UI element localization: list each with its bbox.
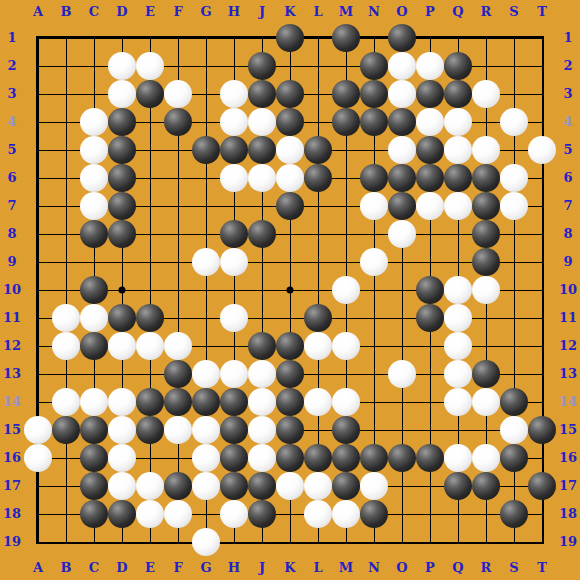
- intersection-Q19[interactable]: [444, 528, 472, 556]
- intersection-A13[interactable]: [24, 360, 52, 388]
- intersection-F9[interactable]: [164, 248, 192, 276]
- intersection-G16[interactable]: [192, 444, 220, 472]
- intersection-H9[interactable]: [220, 248, 248, 276]
- intersection-R16[interactable]: [472, 444, 500, 472]
- intersection-M12[interactable]: [332, 332, 360, 360]
- intersection-M9[interactable]: [332, 248, 360, 276]
- intersection-C15[interactable]: [80, 416, 108, 444]
- intersection-S15[interactable]: [500, 416, 528, 444]
- intersection-R13[interactable]: [472, 360, 500, 388]
- intersection-F7[interactable]: [164, 192, 192, 220]
- intersection-L16[interactable]: [304, 444, 332, 472]
- intersection-J1[interactable]: [248, 24, 276, 52]
- intersection-C18[interactable]: [80, 500, 108, 528]
- intersection-K4[interactable]: [276, 108, 304, 136]
- intersection-P2[interactable]: [416, 52, 444, 80]
- intersection-T15[interactable]: [528, 416, 556, 444]
- intersection-Q5[interactable]: [444, 136, 472, 164]
- intersection-N19[interactable]: [360, 528, 388, 556]
- intersection-A1[interactable]: [24, 24, 52, 52]
- intersection-D14[interactable]: [108, 388, 136, 416]
- intersection-F10[interactable]: [164, 276, 192, 304]
- intersection-S1[interactable]: [500, 24, 528, 52]
- intersection-R5[interactable]: [472, 136, 500, 164]
- intersection-A3[interactable]: [24, 80, 52, 108]
- intersection-D13[interactable]: [108, 360, 136, 388]
- intersection-E10[interactable]: [136, 276, 164, 304]
- intersection-L10[interactable]: [304, 276, 332, 304]
- intersection-H7[interactable]: [220, 192, 248, 220]
- intersection-C13[interactable]: [80, 360, 108, 388]
- intersection-S2[interactable]: [500, 52, 528, 80]
- intersection-M13[interactable]: [332, 360, 360, 388]
- intersection-H14[interactable]: [220, 388, 248, 416]
- intersection-A8[interactable]: [24, 220, 52, 248]
- intersection-P12[interactable]: [416, 332, 444, 360]
- intersection-D15[interactable]: [108, 416, 136, 444]
- intersection-D4[interactable]: [108, 108, 136, 136]
- intersection-F18[interactable]: [164, 500, 192, 528]
- intersection-T5[interactable]: [528, 136, 556, 164]
- intersection-M1[interactable]: [332, 24, 360, 52]
- intersection-E17[interactable]: [136, 472, 164, 500]
- intersection-B10[interactable]: [52, 276, 80, 304]
- intersection-M10[interactable]: [332, 276, 360, 304]
- intersection-A16[interactable]: [24, 444, 52, 472]
- intersection-B17[interactable]: [52, 472, 80, 500]
- intersection-B12[interactable]: [52, 332, 80, 360]
- intersection-J4[interactable]: [248, 108, 276, 136]
- intersection-H18[interactable]: [220, 500, 248, 528]
- intersection-O16[interactable]: [388, 444, 416, 472]
- intersection-E19[interactable]: [136, 528, 164, 556]
- intersection-P17[interactable]: [416, 472, 444, 500]
- intersection-N11[interactable]: [360, 304, 388, 332]
- intersection-P9[interactable]: [416, 248, 444, 276]
- intersection-A17[interactable]: [24, 472, 52, 500]
- intersection-R17[interactable]: [472, 472, 500, 500]
- intersection-O19[interactable]: [388, 528, 416, 556]
- intersection-E14[interactable]: [136, 388, 164, 416]
- intersection-C19[interactable]: [80, 528, 108, 556]
- intersection-G11[interactable]: [192, 304, 220, 332]
- intersection-H10[interactable]: [220, 276, 248, 304]
- intersection-B18[interactable]: [52, 500, 80, 528]
- intersection-G10[interactable]: [192, 276, 220, 304]
- intersection-D10[interactable]: [108, 276, 136, 304]
- intersection-R9[interactable]: [472, 248, 500, 276]
- intersection-C3[interactable]: [80, 80, 108, 108]
- intersection-E4[interactable]: [136, 108, 164, 136]
- intersection-L13[interactable]: [304, 360, 332, 388]
- intersection-B9[interactable]: [52, 248, 80, 276]
- intersection-F19[interactable]: [164, 528, 192, 556]
- intersection-G6[interactable]: [192, 164, 220, 192]
- intersection-C11[interactable]: [80, 304, 108, 332]
- intersection-D12[interactable]: [108, 332, 136, 360]
- intersection-O2[interactable]: [388, 52, 416, 80]
- intersection-J5[interactable]: [248, 136, 276, 164]
- intersection-B19[interactable]: [52, 528, 80, 556]
- intersection-H12[interactable]: [220, 332, 248, 360]
- intersection-A19[interactable]: [24, 528, 52, 556]
- intersection-T9[interactable]: [528, 248, 556, 276]
- intersection-G5[interactable]: [192, 136, 220, 164]
- intersection-J15[interactable]: [248, 416, 276, 444]
- intersection-S18[interactable]: [500, 500, 528, 528]
- intersection-A7[interactable]: [24, 192, 52, 220]
- intersection-J3[interactable]: [248, 80, 276, 108]
- intersection-B5[interactable]: [52, 136, 80, 164]
- intersection-O8[interactable]: [388, 220, 416, 248]
- intersection-D5[interactable]: [108, 136, 136, 164]
- intersection-T17[interactable]: [528, 472, 556, 500]
- intersection-C12[interactable]: [80, 332, 108, 360]
- intersection-N17[interactable]: [360, 472, 388, 500]
- intersection-T1[interactable]: [528, 24, 556, 52]
- intersection-Q7[interactable]: [444, 192, 472, 220]
- intersection-C16[interactable]: [80, 444, 108, 472]
- intersection-D6[interactable]: [108, 164, 136, 192]
- intersection-L15[interactable]: [304, 416, 332, 444]
- intersection-P8[interactable]: [416, 220, 444, 248]
- intersection-L6[interactable]: [304, 164, 332, 192]
- intersection-G8[interactable]: [192, 220, 220, 248]
- intersection-Q14[interactable]: [444, 388, 472, 416]
- intersection-B2[interactable]: [52, 52, 80, 80]
- intersection-O3[interactable]: [388, 80, 416, 108]
- intersection-H1[interactable]: [220, 24, 248, 52]
- intersection-M6[interactable]: [332, 164, 360, 192]
- intersection-B3[interactable]: [52, 80, 80, 108]
- intersection-C6[interactable]: [80, 164, 108, 192]
- intersection-Q11[interactable]: [444, 304, 472, 332]
- intersection-D2[interactable]: [108, 52, 136, 80]
- intersection-J6[interactable]: [248, 164, 276, 192]
- intersection-Q16[interactable]: [444, 444, 472, 472]
- intersection-L12[interactable]: [304, 332, 332, 360]
- intersection-B4[interactable]: [52, 108, 80, 136]
- intersection-J12[interactable]: [248, 332, 276, 360]
- intersection-M16[interactable]: [332, 444, 360, 472]
- intersection-F15[interactable]: [164, 416, 192, 444]
- intersection-B11[interactable]: [52, 304, 80, 332]
- intersection-T7[interactable]: [528, 192, 556, 220]
- intersection-T14[interactable]: [528, 388, 556, 416]
- intersection-F11[interactable]: [164, 304, 192, 332]
- intersection-M15[interactable]: [332, 416, 360, 444]
- intersection-L3[interactable]: [304, 80, 332, 108]
- intersection-L18[interactable]: [304, 500, 332, 528]
- intersection-T13[interactable]: [528, 360, 556, 388]
- intersection-E15[interactable]: [136, 416, 164, 444]
- intersection-A14[interactable]: [24, 388, 52, 416]
- intersection-H16[interactable]: [220, 444, 248, 472]
- intersection-Q15[interactable]: [444, 416, 472, 444]
- intersection-P3[interactable]: [416, 80, 444, 108]
- intersection-J8[interactable]: [248, 220, 276, 248]
- intersection-F13[interactable]: [164, 360, 192, 388]
- intersection-K9[interactable]: [276, 248, 304, 276]
- intersection-F14[interactable]: [164, 388, 192, 416]
- intersection-T3[interactable]: [528, 80, 556, 108]
- intersection-E11[interactable]: [136, 304, 164, 332]
- intersection-H5[interactable]: [220, 136, 248, 164]
- intersection-N6[interactable]: [360, 164, 388, 192]
- intersection-A9[interactable]: [24, 248, 52, 276]
- intersection-G12[interactable]: [192, 332, 220, 360]
- intersection-S11[interactable]: [500, 304, 528, 332]
- intersection-S5[interactable]: [500, 136, 528, 164]
- intersection-G15[interactable]: [192, 416, 220, 444]
- intersection-J2[interactable]: [248, 52, 276, 80]
- intersection-K14[interactable]: [276, 388, 304, 416]
- intersection-Q17[interactable]: [444, 472, 472, 500]
- intersection-P16[interactable]: [416, 444, 444, 472]
- intersection-J16[interactable]: [248, 444, 276, 472]
- intersection-R10[interactable]: [472, 276, 500, 304]
- intersection-A2[interactable]: [24, 52, 52, 80]
- intersection-J14[interactable]: [248, 388, 276, 416]
- intersection-E7[interactable]: [136, 192, 164, 220]
- intersection-O1[interactable]: [388, 24, 416, 52]
- intersection-G4[interactable]: [192, 108, 220, 136]
- intersection-G2[interactable]: [192, 52, 220, 80]
- intersection-K12[interactable]: [276, 332, 304, 360]
- intersection-K16[interactable]: [276, 444, 304, 472]
- intersection-N1[interactable]: [360, 24, 388, 52]
- intersection-H6[interactable]: [220, 164, 248, 192]
- intersection-O6[interactable]: [388, 164, 416, 192]
- intersection-G17[interactable]: [192, 472, 220, 500]
- intersection-N8[interactable]: [360, 220, 388, 248]
- intersection-R18[interactable]: [472, 500, 500, 528]
- intersection-F4[interactable]: [164, 108, 192, 136]
- intersection-E12[interactable]: [136, 332, 164, 360]
- intersection-N4[interactable]: [360, 108, 388, 136]
- intersection-E13[interactable]: [136, 360, 164, 388]
- intersection-C9[interactable]: [80, 248, 108, 276]
- intersection-T19[interactable]: [528, 528, 556, 556]
- intersection-O10[interactable]: [388, 276, 416, 304]
- intersection-D19[interactable]: [108, 528, 136, 556]
- intersection-N2[interactable]: [360, 52, 388, 80]
- intersection-P10[interactable]: [416, 276, 444, 304]
- intersection-L8[interactable]: [304, 220, 332, 248]
- intersection-A4[interactable]: [24, 108, 52, 136]
- intersection-T4[interactable]: [528, 108, 556, 136]
- intersection-C2[interactable]: [80, 52, 108, 80]
- intersection-M11[interactable]: [332, 304, 360, 332]
- intersection-P11[interactable]: [416, 304, 444, 332]
- intersection-J9[interactable]: [248, 248, 276, 276]
- intersection-J7[interactable]: [248, 192, 276, 220]
- intersection-S19[interactable]: [500, 528, 528, 556]
- intersection-F16[interactable]: [164, 444, 192, 472]
- intersection-G3[interactable]: [192, 80, 220, 108]
- intersection-D17[interactable]: [108, 472, 136, 500]
- intersection-K10[interactable]: [276, 276, 304, 304]
- intersection-B15[interactable]: [52, 416, 80, 444]
- intersection-S3[interactable]: [500, 80, 528, 108]
- intersection-M5[interactable]: [332, 136, 360, 164]
- intersection-O15[interactable]: [388, 416, 416, 444]
- intersection-G9[interactable]: [192, 248, 220, 276]
- intersection-E5[interactable]: [136, 136, 164, 164]
- intersection-C5[interactable]: [80, 136, 108, 164]
- intersection-P15[interactable]: [416, 416, 444, 444]
- intersection-K7[interactable]: [276, 192, 304, 220]
- intersection-N10[interactable]: [360, 276, 388, 304]
- intersection-C8[interactable]: [80, 220, 108, 248]
- intersection-K17[interactable]: [276, 472, 304, 500]
- intersection-G18[interactable]: [192, 500, 220, 528]
- intersection-Q8[interactable]: [444, 220, 472, 248]
- intersection-P6[interactable]: [416, 164, 444, 192]
- intersection-N15[interactable]: [360, 416, 388, 444]
- intersection-K6[interactable]: [276, 164, 304, 192]
- intersection-C7[interactable]: [80, 192, 108, 220]
- intersection-D1[interactable]: [108, 24, 136, 52]
- intersection-M18[interactable]: [332, 500, 360, 528]
- intersection-P19[interactable]: [416, 528, 444, 556]
- intersection-C17[interactable]: [80, 472, 108, 500]
- intersection-P14[interactable]: [416, 388, 444, 416]
- intersection-T18[interactable]: [528, 500, 556, 528]
- intersection-E8[interactable]: [136, 220, 164, 248]
- intersection-L1[interactable]: [304, 24, 332, 52]
- intersection-Q6[interactable]: [444, 164, 472, 192]
- intersection-O14[interactable]: [388, 388, 416, 416]
- intersection-F8[interactable]: [164, 220, 192, 248]
- intersection-B8[interactable]: [52, 220, 80, 248]
- intersection-N12[interactable]: [360, 332, 388, 360]
- intersection-S14[interactable]: [500, 388, 528, 416]
- intersection-A10[interactable]: [24, 276, 52, 304]
- intersection-T11[interactable]: [528, 304, 556, 332]
- intersection-P18[interactable]: [416, 500, 444, 528]
- intersection-S7[interactable]: [500, 192, 528, 220]
- intersection-R6[interactable]: [472, 164, 500, 192]
- intersection-F6[interactable]: [164, 164, 192, 192]
- intersection-E16[interactable]: [136, 444, 164, 472]
- intersection-Q9[interactable]: [444, 248, 472, 276]
- intersection-N5[interactable]: [360, 136, 388, 164]
- intersection-R8[interactable]: [472, 220, 500, 248]
- intersection-O7[interactable]: [388, 192, 416, 220]
- intersection-O17[interactable]: [388, 472, 416, 500]
- intersection-E9[interactable]: [136, 248, 164, 276]
- intersection-T8[interactable]: [528, 220, 556, 248]
- intersection-J17[interactable]: [248, 472, 276, 500]
- intersection-O4[interactable]: [388, 108, 416, 136]
- intersection-G7[interactable]: [192, 192, 220, 220]
- intersection-S6[interactable]: [500, 164, 528, 192]
- intersection-C10[interactable]: [80, 276, 108, 304]
- intersection-B7[interactable]: [52, 192, 80, 220]
- intersection-H2[interactable]: [220, 52, 248, 80]
- intersection-L17[interactable]: [304, 472, 332, 500]
- intersection-R1[interactable]: [472, 24, 500, 52]
- intersection-K8[interactable]: [276, 220, 304, 248]
- intersection-R15[interactable]: [472, 416, 500, 444]
- intersection-D9[interactable]: [108, 248, 136, 276]
- intersection-S4[interactable]: [500, 108, 528, 136]
- intersection-R2[interactable]: [472, 52, 500, 80]
- intersection-F17[interactable]: [164, 472, 192, 500]
- intersection-S8[interactable]: [500, 220, 528, 248]
- intersection-N18[interactable]: [360, 500, 388, 528]
- intersection-T2[interactable]: [528, 52, 556, 80]
- intersection-Q2[interactable]: [444, 52, 472, 80]
- intersection-T10[interactable]: [528, 276, 556, 304]
- intersection-K11[interactable]: [276, 304, 304, 332]
- intersection-O13[interactable]: [388, 360, 416, 388]
- intersection-E3[interactable]: [136, 80, 164, 108]
- intersection-Q18[interactable]: [444, 500, 472, 528]
- intersection-Q10[interactable]: [444, 276, 472, 304]
- intersection-A5[interactable]: [24, 136, 52, 164]
- intersection-D16[interactable]: [108, 444, 136, 472]
- intersection-H17[interactable]: [220, 472, 248, 500]
- intersection-E1[interactable]: [136, 24, 164, 52]
- intersection-L5[interactable]: [304, 136, 332, 164]
- intersection-E2[interactable]: [136, 52, 164, 80]
- intersection-P4[interactable]: [416, 108, 444, 136]
- intersection-A12[interactable]: [24, 332, 52, 360]
- intersection-R14[interactable]: [472, 388, 500, 416]
- intersection-M7[interactable]: [332, 192, 360, 220]
- intersection-M2[interactable]: [332, 52, 360, 80]
- intersection-B14[interactable]: [52, 388, 80, 416]
- intersection-C4[interactable]: [80, 108, 108, 136]
- intersection-S9[interactable]: [500, 248, 528, 276]
- intersection-A18[interactable]: [24, 500, 52, 528]
- intersection-K19[interactable]: [276, 528, 304, 556]
- intersection-D8[interactable]: [108, 220, 136, 248]
- intersection-G19[interactable]: [192, 528, 220, 556]
- intersection-P1[interactable]: [416, 24, 444, 52]
- intersection-S17[interactable]: [500, 472, 528, 500]
- intersection-J11[interactable]: [248, 304, 276, 332]
- intersection-Q1[interactable]: [444, 24, 472, 52]
- intersection-M19[interactable]: [332, 528, 360, 556]
- intersection-D7[interactable]: [108, 192, 136, 220]
- intersection-F5[interactable]: [164, 136, 192, 164]
- intersection-Q4[interactable]: [444, 108, 472, 136]
- intersection-L11[interactable]: [304, 304, 332, 332]
- intersection-Q3[interactable]: [444, 80, 472, 108]
- intersection-M4[interactable]: [332, 108, 360, 136]
- intersection-B13[interactable]: [52, 360, 80, 388]
- intersection-O5[interactable]: [388, 136, 416, 164]
- intersection-H11[interactable]: [220, 304, 248, 332]
- intersection-H13[interactable]: [220, 360, 248, 388]
- intersection-P13[interactable]: [416, 360, 444, 388]
- intersection-L14[interactable]: [304, 388, 332, 416]
- intersection-Q13[interactable]: [444, 360, 472, 388]
- intersection-K15[interactable]: [276, 416, 304, 444]
- intersection-T6[interactable]: [528, 164, 556, 192]
- intersection-S10[interactable]: [500, 276, 528, 304]
- intersection-C1[interactable]: [80, 24, 108, 52]
- intersection-N7[interactable]: [360, 192, 388, 220]
- intersection-K18[interactable]: [276, 500, 304, 528]
- intersection-F2[interactable]: [164, 52, 192, 80]
- intersection-G13[interactable]: [192, 360, 220, 388]
- intersection-M14[interactable]: [332, 388, 360, 416]
- intersection-O11[interactable]: [388, 304, 416, 332]
